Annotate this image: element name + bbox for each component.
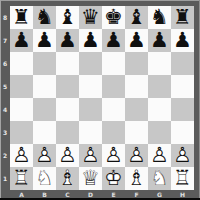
piece-glyph: ♝ (125, 6, 148, 29)
piece-outline: ♗ (125, 167, 148, 190)
piece-white-pawn[interactable]: ♟♙ (102, 144, 125, 167)
frame-right-edge (199, 0, 200, 200)
square-d7[interactable]: ♟ (79, 29, 102, 52)
piece-glyph: ♟ (148, 29, 171, 52)
piece-glyph: ♝ (56, 6, 79, 29)
square-a1[interactable]: ♜♖ (10, 167, 33, 190)
piece-glyph: ♜ (10, 6, 33, 29)
file-label-e: E (102, 190, 125, 198)
piece-outline: ♘ (33, 167, 56, 190)
piece-black-king[interactable]: ♚ (102, 6, 125, 29)
file-label-b: B (33, 190, 56, 198)
file-label-a: A (10, 190, 33, 198)
piece-outline: ♔ (102, 167, 125, 190)
square-d2[interactable]: ♟♙ (79, 144, 102, 167)
square-b2[interactable]: ♟♙ (33, 144, 56, 167)
square-a6[interactable] (10, 52, 33, 75)
square-c3[interactable] (56, 121, 79, 144)
square-f4[interactable] (125, 98, 148, 121)
file-label-h: H (171, 190, 194, 198)
piece-glyph: ♟ (33, 29, 56, 52)
square-b8[interactable]: ♞ (33, 6, 56, 29)
piece-glyph: ♟ (102, 29, 125, 52)
piece-black-knight[interactable]: ♞ (148, 6, 171, 29)
piece-white-pawn[interactable]: ♟♙ (10, 144, 33, 167)
piece-outline: ♘ (148, 167, 171, 190)
piece-outline: ♙ (125, 144, 148, 167)
piece-outline: ♙ (171, 144, 194, 167)
rank-label-4: 4 (0, 98, 10, 121)
square-a4[interactable] (10, 98, 33, 121)
chess-board-window: 87654321 ♜♞♝♛♚♝♞♜♟♟♟♟♟♟♟♟♟♙♟♙♟♙♟♙♟♙♟♙♟♙♟… (0, 0, 200, 200)
piece-glyph: ♟ (10, 29, 33, 52)
frame-top-highlight (0, 0, 200, 1)
square-b3[interactable] (33, 121, 56, 144)
square-h8[interactable]: ♜ (171, 6, 194, 29)
square-d3[interactable] (79, 121, 102, 144)
piece-white-bishop[interactable]: ♝♗ (125, 167, 148, 190)
square-f6[interactable] (125, 52, 148, 75)
rank-label-6: 6 (0, 52, 10, 75)
square-d6[interactable] (79, 52, 102, 75)
rank-label-7: 7 (0, 29, 10, 52)
piece-outline: ♗ (56, 167, 79, 190)
piece-white-pawn[interactable]: ♟♙ (79, 144, 102, 167)
piece-outline: ♕ (79, 167, 102, 190)
piece-white-pawn[interactable]: ♟♙ (125, 144, 148, 167)
square-e6[interactable] (102, 52, 125, 75)
square-b1[interactable]: ♞♘ (33, 167, 56, 190)
square-f2[interactable]: ♟♙ (125, 144, 148, 167)
square-b5[interactable] (33, 75, 56, 98)
square-b4[interactable] (33, 98, 56, 121)
piece-white-bishop[interactable]: ♝♗ (56, 167, 79, 190)
piece-black-rook[interactable]: ♜ (10, 6, 33, 29)
square-g3[interactable] (148, 121, 171, 144)
piece-outline: ♖ (10, 167, 33, 190)
rank-label-8: 8 (0, 6, 10, 29)
piece-glyph: ♟ (125, 29, 148, 52)
square-c8[interactable]: ♝ (56, 6, 79, 29)
chess-board: ♜♞♝♛♚♝♞♜♟♟♟♟♟♟♟♟♟♙♟♙♟♙♟♙♟♙♟♙♟♙♟♙♜♖♞♘♝♗♛♕… (10, 6, 194, 190)
piece-black-queen[interactable]: ♛ (79, 6, 102, 29)
rank-label-5: 5 (0, 75, 10, 98)
square-f8[interactable]: ♝ (125, 6, 148, 29)
square-e2[interactable]: ♟♙ (102, 144, 125, 167)
piece-glyph: ♜ (171, 6, 194, 29)
square-e8[interactable]: ♚ (102, 6, 125, 29)
square-e5[interactable] (102, 75, 125, 98)
rank-label-1: 1 (0, 167, 10, 190)
square-g1[interactable]: ♞♘ (148, 167, 171, 190)
piece-white-knight[interactable]: ♞♘ (148, 167, 171, 190)
square-h3[interactable] (171, 121, 194, 144)
square-h2[interactable]: ♟♙ (171, 144, 194, 167)
piece-black-pawn[interactable]: ♟ (79, 29, 102, 52)
square-c4[interactable] (56, 98, 79, 121)
piece-glyph: ♟ (79, 29, 102, 52)
piece-glyph: ♟ (171, 29, 194, 52)
piece-glyph: ♛ (79, 6, 102, 29)
square-g2[interactable]: ♟♙ (148, 144, 171, 167)
frame-bottom-edge (0, 198, 200, 200)
piece-black-rook[interactable]: ♜ (171, 6, 194, 29)
square-c7[interactable]: ♟ (56, 29, 79, 52)
square-d1[interactable]: ♛♕ (79, 167, 102, 190)
piece-white-knight[interactable]: ♞♘ (33, 167, 56, 190)
rank-label-3: 3 (0, 121, 10, 144)
piece-glyph: ♚ (102, 6, 125, 29)
piece-glyph: ♞ (148, 6, 171, 29)
piece-black-pawn[interactable]: ♟ (102, 29, 125, 52)
piece-outline: ♖ (171, 167, 194, 190)
piece-white-rook[interactable]: ♜♖ (171, 167, 194, 190)
piece-black-pawn[interactable]: ♟ (125, 29, 148, 52)
piece-black-pawn[interactable]: ♟ (10, 29, 33, 52)
piece-glyph: ♞ (33, 6, 56, 29)
piece-black-pawn[interactable]: ♟ (148, 29, 171, 52)
piece-glyph: ♟ (56, 29, 79, 52)
piece-white-pawn[interactable]: ♟♙ (148, 144, 171, 167)
piece-black-bishop[interactable]: ♝ (56, 6, 79, 29)
piece-white-queen[interactable]: ♛♕ (79, 167, 102, 190)
square-h5[interactable] (171, 75, 194, 98)
square-d5[interactable] (79, 75, 102, 98)
square-f1[interactable]: ♝♗ (125, 167, 148, 190)
square-h6[interactable] (171, 52, 194, 75)
square-a7[interactable]: ♟ (10, 29, 33, 52)
square-e4[interactable] (102, 98, 125, 121)
piece-black-knight[interactable]: ♞ (33, 6, 56, 29)
rank-label-2: 2 (0, 144, 10, 167)
rank-coordinates: 87654321 (0, 6, 10, 190)
piece-white-king[interactable]: ♚♔ (102, 167, 125, 190)
square-c1[interactable]: ♝♗ (56, 167, 79, 190)
square-e1[interactable]: ♚♔ (102, 167, 125, 190)
square-f7[interactable]: ♟ (125, 29, 148, 52)
square-b6[interactable] (33, 52, 56, 75)
square-b7[interactable]: ♟ (33, 29, 56, 52)
square-h1[interactable]: ♜♖ (171, 167, 194, 190)
square-d8[interactable]: ♛ (79, 6, 102, 29)
piece-black-pawn[interactable]: ♟ (56, 29, 79, 52)
piece-black-bishop[interactable]: ♝ (125, 6, 148, 29)
piece-outline: ♙ (56, 144, 79, 167)
piece-outline: ♙ (79, 144, 102, 167)
square-g7[interactable]: ♟ (148, 29, 171, 52)
square-g5[interactable] (148, 75, 171, 98)
square-f3[interactable] (125, 121, 148, 144)
file-coordinates: ABCDEFGH (10, 190, 194, 198)
piece-outline: ♙ (148, 144, 171, 167)
square-h7[interactable]: ♟ (171, 29, 194, 52)
file-label-d: D (79, 190, 102, 198)
square-c5[interactable] (56, 75, 79, 98)
square-g4[interactable] (148, 98, 171, 121)
square-e3[interactable] (102, 121, 125, 144)
square-c6[interactable] (56, 52, 79, 75)
piece-outline: ♙ (10, 144, 33, 167)
piece-white-pawn[interactable]: ♟♙ (56, 144, 79, 167)
file-label-c: C (56, 190, 79, 198)
square-e7[interactable]: ♟ (102, 29, 125, 52)
file-label-g: G (148, 190, 171, 198)
piece-black-pawn[interactable]: ♟ (171, 29, 194, 52)
piece-black-pawn[interactable]: ♟ (33, 29, 56, 52)
square-a3[interactable] (10, 121, 33, 144)
square-g6[interactable] (148, 52, 171, 75)
square-f5[interactable] (125, 75, 148, 98)
piece-white-rook[interactable]: ♜♖ (10, 167, 33, 190)
piece-outline: ♙ (33, 144, 56, 167)
piece-white-pawn[interactable]: ♟♙ (171, 144, 194, 167)
file-label-f: F (125, 190, 148, 198)
piece-outline: ♙ (102, 144, 125, 167)
square-g8[interactable]: ♞ (148, 6, 171, 29)
square-c2[interactable]: ♟♙ (56, 144, 79, 167)
square-a5[interactable] (10, 75, 33, 98)
square-a2[interactable]: ♟♙ (10, 144, 33, 167)
square-d4[interactable] (79, 98, 102, 121)
square-h4[interactable] (171, 98, 194, 121)
square-a8[interactable]: ♜ (10, 6, 33, 29)
piece-white-pawn[interactable]: ♟♙ (33, 144, 56, 167)
